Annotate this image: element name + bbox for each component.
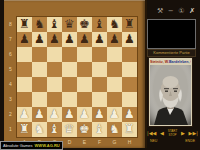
square-g8[interactable]: ♞ [107,17,122,32]
notation-display [147,19,196,49]
rank-label-1: 1 [4,122,17,137]
black-pawn: ♟ [79,32,90,46]
file-label-f: F [92,137,107,148]
black-queen: ♛ [64,17,75,31]
black-pawn: ♟ [94,32,105,46]
square-d1[interactable]: ♛ [62,122,77,137]
square-e7[interactable]: ♟ [77,32,92,47]
square-b7[interactable]: ♟ [32,32,47,47]
square-c4[interactable] [47,77,62,92]
square-d5[interactable] [62,62,77,77]
white-bishop: ♝ [49,122,60,136]
rank-labels: 87654321 [4,17,17,137]
file-label-d: D [62,137,77,148]
square-c3[interactable] [47,92,62,107]
square-e6[interactable] [77,47,92,62]
square-d8[interactable]: ♛ [62,17,77,32]
white-rook: ♜ [124,122,135,136]
square-c6[interactable] [47,47,62,62]
white-pawn: ♟ [49,107,60,121]
watermark-text: Absolute Games [3,143,33,148]
square-c1[interactable]: ♝ [47,122,62,137]
square-c7[interactable]: ♟ [47,32,62,47]
player-portrait [150,65,191,125]
square-h8[interactable]: ♜ [122,17,137,32]
square-a5[interactable] [17,62,32,77]
square-d3[interactable] [62,92,77,107]
square-c8[interactable]: ♝ [47,17,62,32]
white-bishop: ♝ [94,122,105,136]
black-pawn: ♟ [124,32,135,46]
white-pawn: ♟ [79,107,90,121]
black-king: ♚ [79,17,90,31]
window-controls: ⚒ − ① ✗ [157,7,195,16]
square-b5[interactable] [32,62,47,77]
white-pawn: ♟ [34,107,45,121]
chess-board[interactable]: ♜♞♝♛♚♝♞♜♟♟♟♟♟♟♟♟♟♟♟♟♟♟♟♟♜♞♝♛♚♝♞♜ [17,17,137,137]
white-knight: ♞ [109,122,120,136]
tools-icon[interactable]: ⚒ [157,7,163,16]
panel-title: Kommentierte Partie [147,49,196,57]
rank-label-2: 2 [4,107,17,122]
square-d7[interactable]: ♟ [62,32,77,47]
white-king: ♚ [79,122,90,136]
rank-label-8: 8 [4,17,17,32]
player-photo-card: Steinitz, W. Bardeleben, C. [148,57,193,127]
white-pawn: ♟ [19,107,30,121]
square-f1[interactable]: ♝ [92,122,107,137]
square-b1[interactable]: ♞ [32,122,47,137]
square-g1[interactable]: ♞ [107,122,122,137]
minimize-icon[interactable]: − [168,7,174,16]
watermark-badge: Absolute Games WWW.AG.RU [0,141,63,150]
square-b8[interactable]: ♞ [32,17,47,32]
file-label-g: G [107,137,122,148]
rank-label-6: 6 [4,47,17,62]
black-pawn: ♟ [19,32,30,46]
square-h1[interactable]: ♜ [122,122,137,137]
square-e1[interactable]: ♚ [77,122,92,137]
square-b2[interactable]: ♟ [32,107,47,122]
white-pawn: ♟ [94,107,105,121]
square-c2[interactable]: ♟ [47,107,62,122]
square-f5[interactable] [92,62,107,77]
rank-label-7: 7 [4,32,17,47]
black-rook: ♜ [19,17,30,31]
black-knight: ♞ [34,17,45,31]
square-a3[interactable] [17,92,32,107]
file-label-h: H [122,137,137,148]
square-f2[interactable]: ♟ [92,107,107,122]
square-b3[interactable] [32,92,47,107]
square-f8[interactable]: ♝ [92,17,107,32]
start-stop-button[interactable]: START STOP [168,130,178,137]
black-knight: ♞ [109,17,120,31]
square-d2[interactable]: ♟ [62,107,77,122]
square-f4[interactable] [92,77,107,92]
square-f3[interactable] [92,92,107,107]
square-f7[interactable]: ♟ [92,32,107,47]
watermark-url: WWW.AG.RU [35,143,60,148]
white-queen: ♛ [64,122,75,136]
square-c5[interactable] [47,62,62,77]
square-e3[interactable] [77,92,92,107]
black-pawn: ♟ [109,32,120,46]
left-control-label: NEU [147,139,160,143]
stop-label: STOP [168,134,176,138]
app-window: 87654321 ♜♞♝♛♚♝♞♜♟♟♟♟♟♟♟♟♟♟♟♟♟♟♟♟♜♞♝♛♚♝♞… [0,0,200,150]
square-b4[interactable] [32,77,47,92]
square-a8[interactable]: ♜ [17,17,32,32]
rank-label-3: 3 [4,92,17,107]
black-rook: ♜ [124,17,135,31]
playback-controls: |◀◀ ◀ START STOP ▶ ▶▶| [147,129,198,138]
square-e5[interactable] [77,62,92,77]
white-pawn: ♟ [109,107,120,121]
right-control-label: ENDE [182,139,198,143]
square-h6[interactable] [122,47,137,62]
square-a1[interactable]: ♜ [17,122,32,137]
square-g5[interactable] [107,62,122,77]
black-bishop: ♝ [49,17,60,31]
square-g2[interactable]: ♟ [107,107,122,122]
go-to-end-button[interactable]: ▶▶| [189,129,198,138]
step-back-button[interactable]: ◀ [160,129,164,138]
black-pawn: ♟ [49,32,60,46]
go-to-start-button[interactable]: |◀◀ [147,129,156,138]
black-bishop: ♝ [94,17,105,31]
square-e2[interactable]: ♟ [77,107,92,122]
square-e8[interactable]: ♚ [77,17,92,32]
square-f6[interactable] [92,47,107,62]
black-pawn: ♟ [64,32,75,46]
white-knight: ♞ [34,122,45,136]
chess-board-frame: 87654321 ♜♞♝♛♚♝♞♜♟♟♟♟♟♟♟♟♟♟♟♟♟♟♟♟♜♞♝♛♚♝♞… [4,0,147,148]
control-labels: NEU ENDE [147,139,198,143]
square-h3[interactable] [122,92,137,107]
file-label-e: E [77,137,92,148]
square-h2[interactable]: ♟ [122,107,137,122]
white-pawn: ♟ [124,107,135,121]
square-a4[interactable] [17,77,32,92]
square-h5[interactable] [122,62,137,77]
rank-label-4: 4 [4,77,17,92]
close-icon[interactable]: ✗ [189,7,195,16]
square-h7[interactable]: ♟ [122,32,137,47]
square-g6[interactable] [107,47,122,62]
side-panel: ⚒ − ① ✗ Kommentierte Partie Steinitz, W.… [147,0,200,150]
info-icon[interactable]: ① [178,7,184,16]
square-b6[interactable] [32,47,47,62]
square-a2[interactable]: ♟ [17,107,32,122]
square-h4[interactable] [122,77,137,92]
white-pawn: ♟ [64,107,75,121]
square-g4[interactable] [107,77,122,92]
black-pawn: ♟ [34,32,45,46]
square-a6[interactable] [17,47,32,62]
square-g3[interactable] [107,92,122,107]
rank-label-5: 5 [4,62,17,77]
square-a7[interactable]: ♟ [17,32,32,47]
white-rook: ♜ [19,122,30,136]
square-d4[interactable] [62,77,77,92]
square-e4[interactable] [77,77,92,92]
square-d6[interactable] [62,47,77,62]
step-forward-button[interactable]: ▶ [181,129,185,138]
square-g7[interactable]: ♟ [107,32,122,47]
